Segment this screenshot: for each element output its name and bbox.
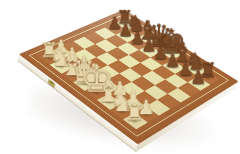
board: ♜♞♝♛♚♝♞♜♟♟♟♟♟♟♟♟♟♟♟♟♟♟♟♟♜♞♝♛♚♝♞♜: [19, 9, 239, 144]
photo-stage: ♜♞♝♛♚♝♞♜♟♟♟♟♟♟♟♟♟♟♟♟♟♟♟♟♜♞♝♛♚♝♞♜: [0, 0, 240, 154]
square-h1[interactable]: ♜: [123, 113, 148, 130]
clasp-pin: [51, 81, 53, 84]
square-h6[interactable]: [178, 82, 201, 97]
scene: ♜♞♝♛♚♝♞♜♟♟♟♟♟♟♟♟♟♟♟♟♟♟♟♟♜♞♝♛♚♝♞♜: [0, 0, 240, 154]
piece-light-rook[interactable]: ♜: [118, 101, 151, 124]
board-top: ♜♞♝♛♚♝♞♜♟♟♟♟♟♟♟♟♟♟♟♟♟♟♟♟♜♞♝♛♚♝♞♜: [19, 9, 239, 144]
